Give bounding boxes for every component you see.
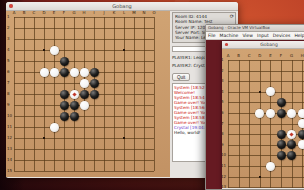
stone-black [90,68,99,77]
row-label: 15 [7,169,12,173]
stone-black [287,151,296,160]
stone-white [266,87,275,96]
col-label: B [237,54,240,58]
row-label: 6 [222,111,224,115]
stone-white [298,119,304,128]
menu-file[interactable]: File [206,32,218,39]
gobang-titlebar[interactable]: Gobang [6,2,238,11]
virtualbox-window: Gobang - Oracle VM VirtualBox FileMachin… [205,24,304,190]
row-label: 13 [222,185,226,188]
menu-help[interactable]: Help [292,32,304,39]
desktop: Gobang A1B2C3D4E5F6G7H8I9J10K11L12M13N14… [0,0,304,190]
stone-black [60,101,69,110]
row-label: 4 [7,48,10,52]
col-label: D [42,11,45,15]
stone-white [266,162,275,171]
grid-line [228,102,304,103]
stone-black [277,98,286,107]
col-label: C [248,54,251,58]
grid-line [144,17,145,171]
star-point [123,49,125,51]
row-label: 13 [7,147,12,151]
stone-black [287,140,296,149]
row-label: 4 [222,90,224,94]
stone-black [70,112,79,121]
row-label: 5 [222,100,224,104]
grid-line [228,187,304,188]
col-label: O [152,11,155,15]
grid-line [134,17,135,171]
stone-black [60,90,69,99]
menu-machine[interactable]: Machine [218,32,241,39]
quit-button[interactable]: Quit [172,73,190,81]
grid-line [14,138,154,139]
col-label: H [301,54,304,58]
stone-white [255,109,264,118]
stone-white [70,68,79,77]
stone-white [298,109,304,118]
menu-input[interactable]: Input [255,32,271,39]
col-label: A [13,11,16,15]
stone-black [60,68,69,77]
col-label: N [143,11,146,15]
grid-line [14,160,154,161]
col-label: J [103,11,104,15]
row-label: 9 [222,143,224,147]
row-label: 10 [222,153,226,157]
row-label: 12 [222,175,226,179]
stone-white [50,46,59,55]
row-label: 11 [222,164,226,168]
star-point [43,49,45,51]
last-move-marker [72,92,76,96]
grid-line [14,116,154,117]
col-label: E [269,54,272,58]
gobang-window: Gobang A1B2C3D4E5F6G7H8I9J10K11L12M13N14… [6,2,238,178]
row-label: 12 [7,136,12,140]
star-point [43,137,45,139]
row-label: 1 [222,58,224,62]
stone-white [80,101,89,110]
row-label: 6 [7,70,10,74]
stone-white [298,140,304,149]
stone-black [70,101,79,110]
grid-line [228,124,304,125]
col-label: D [258,54,261,58]
col-label: A [227,54,230,58]
menu-view[interactable]: View [240,32,255,39]
stone-white [40,68,49,77]
row-label: 10 [7,114,12,118]
row-label: 3 [222,79,224,83]
row-label: 8 [222,132,224,136]
virtualbox-title: Gobang - Oracle VM VirtualBox [208,25,270,31]
menu-devices[interactable]: Devices [271,32,293,39]
stone-black [298,130,304,139]
col-label: F [63,11,65,15]
star-point [123,137,125,139]
col-label: I [93,11,94,15]
col-label: M [132,11,135,15]
row-label: 7 [7,81,10,85]
stone-black [277,109,286,118]
stone-white [266,109,275,118]
vm-desktop: Gobang A1B2C3D4E5F6G7H8I9J10K11L12M13N14… [206,40,304,189]
grid-line [14,171,154,172]
stone-white [50,68,59,77]
row-label: 14 [7,158,12,162]
col-label: H [82,11,85,15]
star-point [259,176,261,178]
stone-white [287,109,296,118]
gomoku-board[interactable]: A1B2C3D4E5F6G7H8I9J10K11L12M13N14O15 [6,11,170,177]
vm-gobang-titlebar[interactable]: Gobang [222,41,304,49]
vm-gobang-window: Gobang A1B2C3D4E5F6G7H8I9J10K11L12M13N14… [222,41,304,189]
grid-line [228,177,304,178]
grid-line [154,17,155,171]
col-label: G [290,54,293,58]
col-label: B [23,11,26,15]
row-label: 11 [7,125,12,129]
refresh-icon[interactable]: ⟳ [230,13,234,19]
row-label: 7 [222,122,224,126]
grid-line [14,127,154,128]
grid-line [114,17,115,171]
row-label: 5 [7,59,10,63]
grid-line [228,81,304,82]
grid-line [124,17,125,171]
row-label: 1 [7,15,10,19]
last-move-marker [289,132,293,136]
stone-black [277,140,286,149]
col-label: K [113,11,116,15]
stone-white [70,90,79,99]
grid-line [104,17,105,171]
vm-gomoku-board[interactable]: A1B2C3D4E5F6G7H8I9J10K11L12M13N14O15 [222,49,304,188]
stone-white [287,130,296,139]
row-label: 8 [7,92,10,96]
stone-black [277,151,286,160]
grid-line [228,71,304,72]
row-label: 3 [7,37,10,41]
stone-white [80,68,89,77]
stone-black [60,57,69,66]
grid-line [14,149,154,150]
col-label: F [280,54,282,58]
stone-white [50,123,59,132]
stone-black [277,130,286,139]
row-label: 9 [7,103,10,107]
col-label: E [53,11,56,15]
col-label: L [123,11,125,15]
star-point [259,91,261,93]
virtualbox-menubar: FileMachineViewInputDevicesHelp [206,32,304,40]
window-title: Gobang [13,2,231,10]
stone-black [90,79,99,88]
stone-black [60,112,69,121]
col-label: G [72,11,75,15]
col-label: C [33,11,36,15]
vm-window-title: Gobang [228,41,304,49]
stone-black [90,90,99,99]
stone-black [80,90,89,99]
row-label: 2 [222,69,224,73]
virtualbox-titlebar[interactable]: Gobang - Oracle VM VirtualBox [206,25,304,32]
row-label: 2 [7,26,10,30]
stone-white [80,79,89,88]
